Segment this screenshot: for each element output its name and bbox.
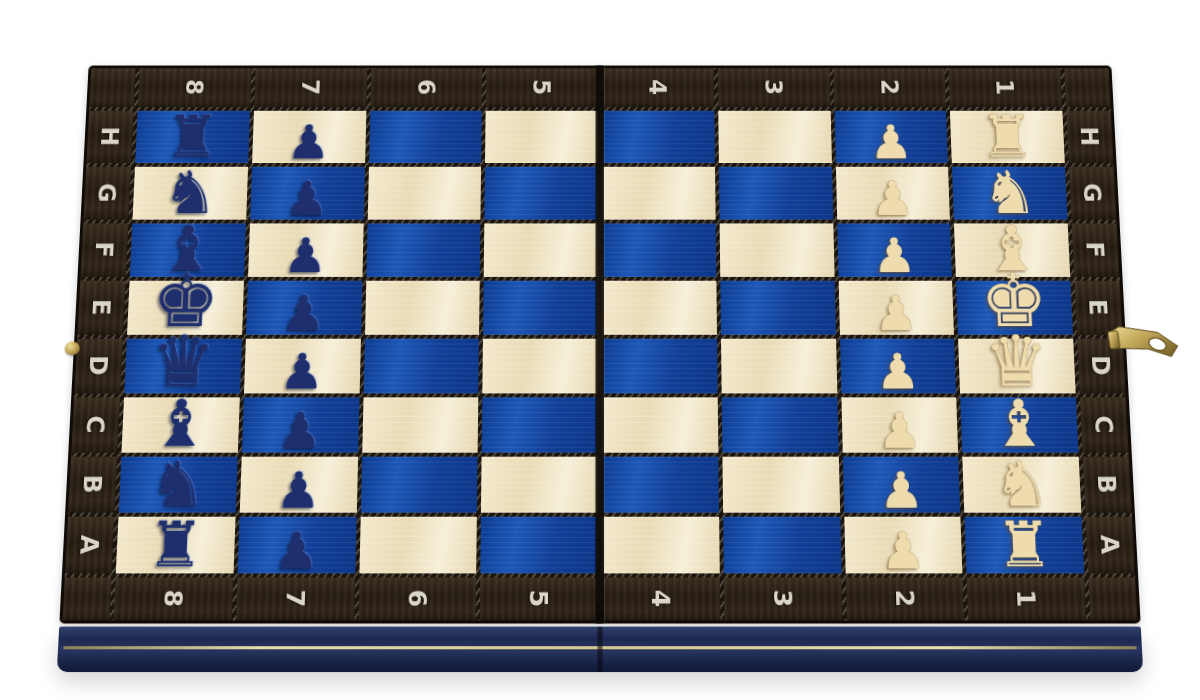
black-queen-d8: ♛: [150, 326, 217, 396]
white-pawn-g2: ♟: [870, 175, 915, 222]
rank-label-bottom-1: 1: [967, 577, 1087, 620]
black-pawn-b7: ♟: [275, 466, 322, 516]
square-f6: [366, 223, 481, 276]
file-label: F: [76, 228, 133, 272]
rank-label: 6: [405, 34, 448, 141]
black-pawn-f7: ♟: [283, 232, 329, 280]
square-e2: ♟: [838, 281, 954, 335]
square-g3: [719, 167, 833, 220]
rank-label-bottom-6: 6: [358, 577, 477, 620]
square-c8: ♝: [121, 397, 239, 452]
square-e5: [483, 281, 598, 335]
file-label-left-F: F: [80, 223, 128, 276]
square-b3: [722, 457, 839, 513]
file-label-left-D: D: [74, 339, 122, 394]
square-a2: ♟: [844, 517, 963, 574]
box-side-panel: [57, 627, 1143, 672]
brass-hinge-pin-icon: [64, 342, 80, 356]
frame-corner: [1088, 577, 1137, 620]
square-c7: ♟: [242, 397, 359, 452]
file-label: G: [1064, 171, 1121, 214]
square-e1: ♚: [956, 281, 1073, 335]
file-label-left-A: A: [65, 517, 114, 574]
file-label-left-G: G: [83, 167, 131, 220]
square-a3: [723, 517, 841, 574]
square-g6: [367, 167, 481, 220]
file-label: G: [79, 171, 136, 214]
file-label: E: [73, 286, 131, 330]
photo-canvas: 87654321H♜♟♟♜HG♞♟♟♞GF♝♟♟♝FE♚♟♟♚ED♛♟♟♛DC♝…: [0, 0, 1200, 700]
chess-board: 87654321H♜♟♟♜HG♞♟♟♞GF♝♟♟♝FE♚♟♟♚ED♛♟♟♛DC♝…: [59, 66, 1140, 624]
square-d2: ♟: [840, 339, 957, 394]
square-a7: ♟: [237, 517, 356, 574]
square-c3: [721, 397, 838, 452]
square-a4: [602, 517, 720, 574]
file-label: A: [1081, 522, 1140, 569]
file-label: B: [63, 462, 122, 508]
rank-label-bottom-7: 7: [236, 577, 355, 620]
square-b4: [602, 457, 719, 513]
square-a5: [480, 517, 598, 574]
rank-label-bottom-4: 4: [602, 577, 720, 620]
rank-label-top-5: 5: [486, 68, 598, 107]
file-label: H: [82, 115, 139, 158]
file-label-left-B: B: [68, 457, 117, 513]
black-pawn-c7: ♟: [277, 406, 323, 455]
file-label: F: [1067, 228, 1124, 272]
rank-label-top-1: 1: [949, 68, 1063, 107]
square-b1: ♞: [963, 457, 1082, 513]
rank-label-top-8: 8: [138, 68, 252, 107]
rank-label: 1: [983, 34, 1028, 141]
box-side-seam: [597, 627, 602, 672]
square-f7: ♟: [248, 223, 363, 276]
black-pawn-g7: ♟: [285, 175, 330, 222]
square-d6: [363, 339, 479, 394]
square-e3: [720, 281, 835, 335]
frame-corner: [89, 68, 135, 107]
square-c1: ♝: [960, 397, 1078, 452]
rank-label: 7: [288, 34, 332, 141]
square-g4: [602, 167, 715, 220]
square-d8: ♛: [124, 339, 241, 394]
white-rook-a1: ♜: [995, 514, 1054, 577]
rank-label-bottom-8: 8: [114, 577, 234, 620]
square-f1: ♝: [954, 223, 1070, 276]
rank-label: 4: [637, 34, 678, 141]
brass-clasp-icon: [1104, 317, 1185, 379]
white-pawn-f2: ♟: [872, 232, 918, 280]
square-c4: [602, 397, 718, 452]
black-knight-b8: ♞: [148, 453, 207, 516]
square-e7: ♟: [246, 281, 362, 335]
square-g5: [485, 167, 598, 220]
square-b7: ♟: [239, 457, 357, 513]
file-label-right-C: C: [1080, 397, 1129, 452]
rank-label-top-3: 3: [718, 68, 831, 107]
file-label: C: [67, 402, 125, 447]
file-label: H: [1062, 115, 1119, 158]
square-g7: ♟: [250, 167, 365, 220]
file-label-right-H: H: [1066, 111, 1113, 163]
white-pawn-b2: ♟: [878, 466, 925, 516]
square-f8: ♝: [130, 223, 246, 276]
rank-label: 3: [753, 34, 796, 141]
square-f5: [484, 223, 598, 276]
white-knight-b1: ♞: [992, 453, 1051, 516]
square-g8: ♞: [132, 167, 247, 220]
square-e8: ♚: [127, 281, 244, 335]
rank-label: 8: [172, 34, 217, 141]
frame-corner: [63, 577, 112, 620]
rank-label: 5: [521, 34, 562, 141]
file-label: A: [60, 522, 119, 569]
square-f2: ♟: [837, 223, 952, 276]
file-label-right-A: A: [1086, 517, 1135, 574]
square-f4: [602, 223, 716, 276]
black-knight-g8: ♞: [161, 163, 219, 222]
file-label-left-H: H: [86, 111, 133, 163]
square-c6: [362, 397, 479, 452]
square-b6: [360, 457, 477, 513]
rank-label-top-6: 6: [370, 68, 483, 107]
rank-label-top-2: 2: [833, 68, 946, 107]
rank-label-bottom-3: 3: [724, 577, 843, 620]
file-label-right-F: F: [1072, 223, 1120, 276]
square-b8: ♞: [119, 457, 238, 513]
square-d5: [483, 339, 598, 394]
rank-label-top-4: 4: [602, 68, 714, 107]
black-bishop-c8: ♝: [150, 391, 211, 455]
square-d3: [721, 339, 837, 394]
white-bishop-c1: ♝: [989, 391, 1050, 455]
rank-label-top-7: 7: [254, 68, 367, 107]
square-a6: [359, 517, 477, 574]
square-f3: [719, 223, 834, 276]
square-d7: ♟: [244, 339, 361, 394]
square-c5: [482, 397, 598, 452]
white-queen-d1: ♛: [983, 326, 1050, 396]
rank-label: 2: [868, 34, 912, 141]
white-pawn-a2: ♟: [880, 526, 927, 577]
square-a1: ♜: [965, 517, 1085, 574]
white-pawn-e2: ♟: [873, 289, 919, 337]
square-g1: ♞: [952, 167, 1067, 220]
file-label-right-B: B: [1083, 457, 1132, 513]
chess-set-scene: 87654321H♜♟♟♜HG♞♟♟♞GF♝♟♟♝FE♚♟♟♚ED♛♟♟♛DC♝…: [57, 66, 1143, 673]
square-a8: ♜: [116, 517, 236, 574]
square-d1: ♛: [958, 339, 1075, 394]
file-label-left-C: C: [71, 397, 120, 452]
frame-corner: [1064, 68, 1110, 107]
rank-label-bottom-2: 2: [845, 577, 964, 620]
white-pawn-c2: ♟: [877, 406, 923, 455]
file-label: B: [1078, 462, 1137, 508]
black-bishop-f8: ♝: [158, 218, 218, 280]
white-bishop-f1: ♝: [982, 218, 1042, 280]
square-e6: [365, 281, 480, 335]
black-pawn-a7: ♟: [273, 526, 320, 577]
black-rook-a8: ♜: [146, 514, 205, 577]
black-pawn-e7: ♟: [281, 289, 327, 337]
square-g2: ♟: [835, 167, 950, 220]
black-pawn-d7: ♟: [279, 347, 325, 396]
square-b2: ♟: [842, 457, 960, 513]
square-b5: [481, 457, 598, 513]
file-label-left-E: E: [77, 281, 125, 335]
board-fold-seam: [596, 66, 604, 624]
square-c2: ♟: [841, 397, 958, 452]
file-label-right-G: G: [1069, 167, 1117, 220]
file-label: C: [1075, 402, 1133, 447]
white-knight-g1: ♞: [981, 163, 1039, 222]
square-e4: [602, 281, 717, 335]
square-d4: [602, 339, 717, 394]
rank-label-bottom-5: 5: [480, 577, 598, 620]
white-pawn-d2: ♟: [875, 347, 921, 396]
